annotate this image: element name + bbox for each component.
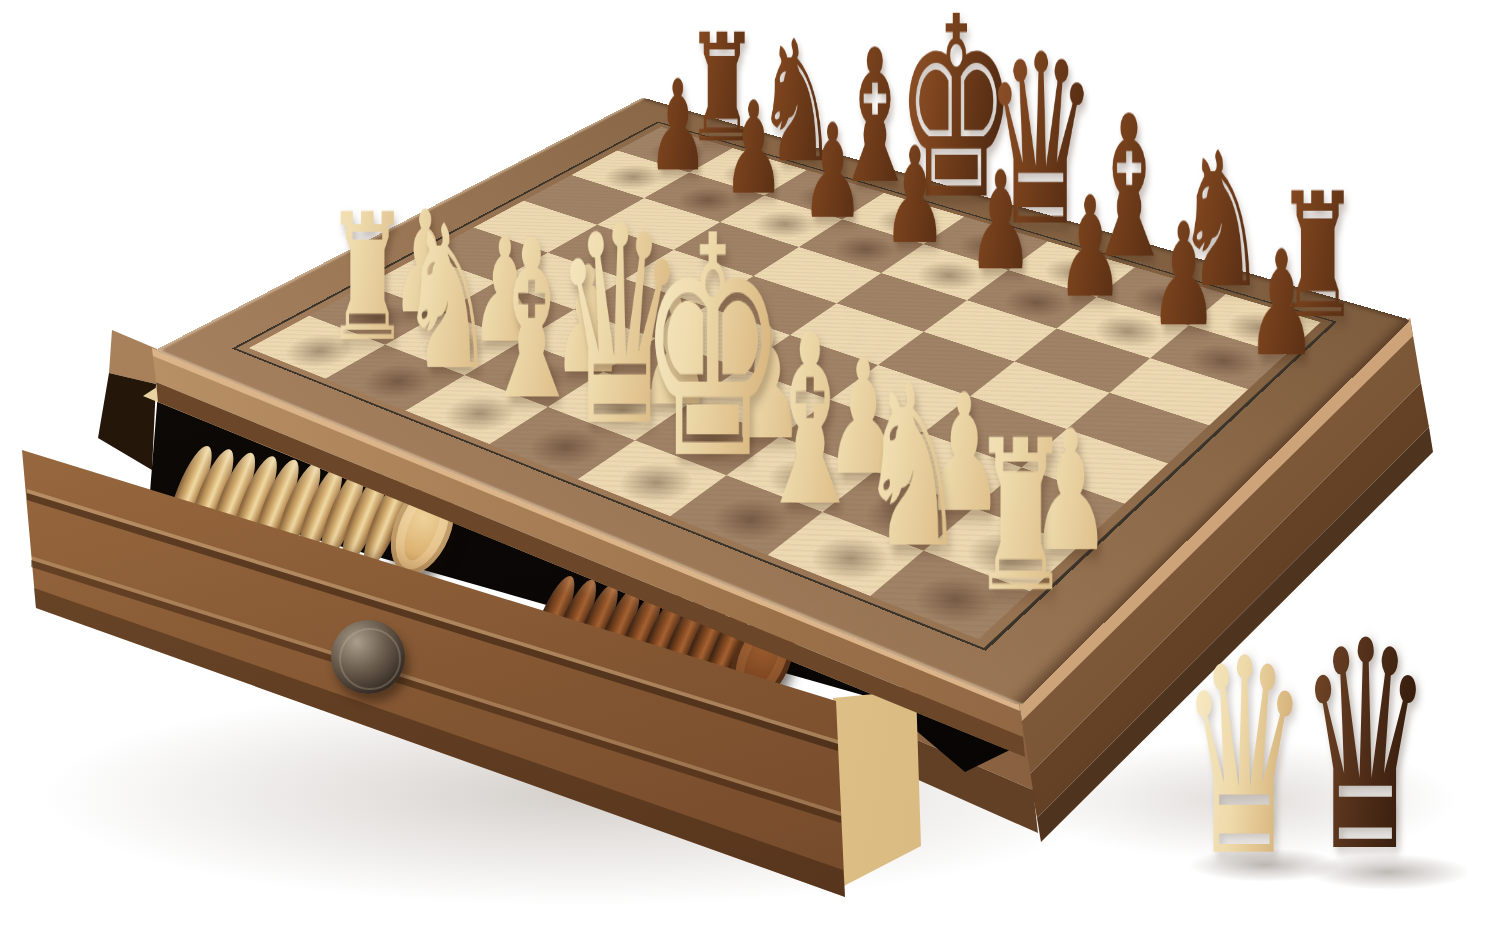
piece-contact-shadow (408, 325, 504, 371)
piece-dark-k-d8: ♚ (875, 0, 1038, 234)
piece-dark-r-a8: ♜ (645, 14, 799, 163)
square-d8: ♚ (842, 193, 964, 244)
piece-contact-shadow (786, 180, 869, 216)
piece-light-k-e1: ♚ (613, 196, 812, 501)
square-c1: ♝ (406, 375, 548, 444)
piece-contact-shadow (348, 358, 447, 406)
piece-light-p-d2: ♟ (581, 276, 770, 427)
piece-contact-shadow (697, 491, 804, 549)
piece-contact-shadow (742, 206, 828, 244)
piece-dark-p-c7: ♟ (751, 106, 915, 237)
square-b1: ♞ (325, 345, 464, 411)
square-a1: ♜ (249, 316, 385, 379)
display-queen-dark: ♛ (1299, 604, 1433, 892)
square-h7: ♟ (1150, 325, 1285, 389)
piece-contact-shadow (1082, 309, 1173, 353)
piece-dark-p-b7: ♟ (674, 84, 834, 212)
piece-light-n-b1: ♞ (355, 199, 540, 397)
piece-contact-shadow (271, 328, 368, 374)
piece-light-b-c1: ♝ (437, 211, 627, 430)
square-f1: ♝ (670, 475, 822, 555)
piece-contact-shadow (710, 158, 792, 193)
square-b8: ♞ (689, 148, 806, 195)
product-photo-stage: ♜♞♝♚♛♝♞♜♟♟♟♟♟♟♟♟♟♟♟♟♟♟♟♟♜♞♝♛♚♝♞♜ ♛ ♛ (0, 0, 1500, 938)
piece-contact-shadow (1033, 253, 1120, 294)
drawer-knob (331, 620, 405, 694)
square-a7: ♟ (571, 150, 689, 198)
piece-dark-p-e7: ♟ (915, 153, 1086, 289)
drawer-knob-ring (339, 628, 401, 690)
piece-dark-p-f7: ♟ (1003, 178, 1177, 317)
piece-contact-shadow (753, 452, 856, 507)
piece-contact-shadow (953, 524, 1061, 585)
piece-light-n-g1: ♞ (808, 355, 1018, 579)
piece-dark-b-f8: ♝ (1044, 89, 1214, 286)
piece-contact-shadow (796, 529, 905, 590)
square-e7: ♟ (881, 244, 1008, 300)
piece-contact-shadow (947, 227, 1033, 266)
piece-light-r-a1: ♜ (277, 191, 458, 366)
square-f7: ♟ (967, 270, 1097, 328)
square-f2: ♟ (726, 437, 874, 512)
square-g1: ♞ (768, 512, 924, 596)
piece-contact-shadow (661, 418, 763, 470)
square-e1: ♚ (578, 440, 727, 516)
piece-contact-shadow (1215, 306, 1305, 350)
square-d2: ♟ (548, 372, 690, 441)
square-b7: ♟ (644, 173, 764, 223)
square-h1: ♜ (870, 551, 1030, 639)
square-h2: ♟ (924, 508, 1079, 591)
piece-dark-p-a7: ♟ (599, 63, 756, 188)
piece-contact-shadow (905, 255, 993, 296)
piece-light-q-d1: ♛ (523, 191, 717, 465)
square-a2: ♟ (309, 285, 442, 345)
square-e2: ♟ (635, 403, 780, 475)
piece-contact-shadow (331, 297, 425, 341)
piece-contact-shadow (592, 160, 675, 195)
piece-light-p-e2: ♟ (670, 306, 864, 461)
piece-dark-n-b8: ♞ (718, 18, 875, 186)
square-c2: ♟ (465, 342, 604, 407)
piece-contact-shadow (992, 282, 1082, 325)
piece-light-p-f2: ♟ (764, 338, 962, 496)
square-b2: ♟ (385, 313, 521, 376)
piece-contact-shadow (572, 385, 672, 435)
piece-contact-shadow (822, 230, 909, 269)
piece-contact-shadow (865, 203, 950, 240)
square-e8: ♛ (924, 217, 1048, 270)
square-c8: ♝ (764, 170, 884, 219)
square-f8: ♝ (1008, 241, 1135, 297)
piece-light-p-g2: ♟ (862, 372, 1066, 534)
square-a8: ♜ (617, 127, 732, 173)
piece-contact-shadow (604, 455, 709, 510)
piece-contact-shadow (637, 136, 718, 169)
piece-dark-r-h8: ♜ (1229, 170, 1407, 342)
piece-light-p-h2: ♟ (966, 408, 1175, 575)
piece-contact-shadow (900, 568, 1011, 633)
piece-contact-shadow (1122, 279, 1211, 321)
piece-light-p-c2: ♟ (496, 246, 681, 393)
piece-light-p-a2: ♟ (337, 192, 513, 333)
piece-dark-q-e8: ♛ (957, 24, 1124, 259)
piece-contact-shadow (429, 389, 530, 439)
piece-dark-n-g8: ♞ (1134, 128, 1308, 314)
square-g8: ♞ (1097, 267, 1226, 325)
square-d7: ♟ (799, 219, 924, 273)
square-d1: ♛ (490, 407, 635, 479)
piece-dark-p-g7: ♟ (1095, 204, 1273, 346)
piece-light-b-f1: ♝ (708, 303, 912, 539)
piece-contact-shadow (488, 355, 586, 403)
piece-contact-shadow (850, 487, 955, 545)
piece-dark-p-h7: ♟ (1190, 231, 1372, 377)
piece-light-r-h1: ♜ (913, 413, 1128, 622)
piece-dark-b-c8: ♝ (795, 25, 955, 210)
square-h8: ♜ (1189, 294, 1321, 355)
piece-contact-shadow (514, 421, 617, 474)
square-g7: ♟ (1057, 297, 1189, 358)
display-queen-light: ♛ (1180, 623, 1308, 893)
piece-dark-p-d7: ♟ (831, 129, 998, 262)
piece-contact-shadow (665, 182, 749, 218)
square-g2: ♟ (823, 471, 974, 550)
piece-contact-shadow (1177, 338, 1270, 385)
square-c7: ♟ (720, 195, 842, 247)
piece-light-p-b2: ♟ (415, 218, 595, 362)
